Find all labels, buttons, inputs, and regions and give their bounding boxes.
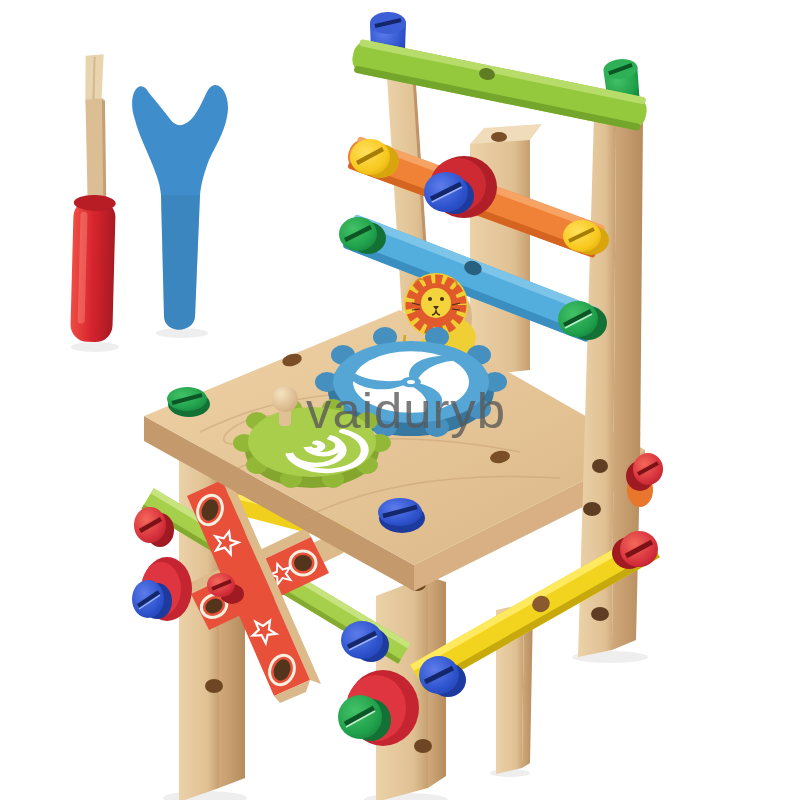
toy-chair-scene: vaiduryb [0,0,800,800]
front-leg-hole-bottom [414,739,432,753]
product-photo: vaiduryb [0,0,800,800]
red-disc-left [132,557,192,621]
screwdriver-handle [70,199,116,342]
screwdriver [70,54,120,343]
right-leg-hole-mid [583,502,601,516]
watermark-text: vaiduryb [306,383,506,439]
red-disc-front-leg [338,670,419,746]
center-post-hole [491,132,507,142]
right-leg-hole-low [591,607,609,621]
plank-hole [294,555,312,571]
left-leg-hole-bottom [205,679,223,693]
right-post-hole-seat [592,459,608,473]
lion-face [421,288,451,318]
peg-ball [272,386,298,412]
wrench [132,85,228,330]
